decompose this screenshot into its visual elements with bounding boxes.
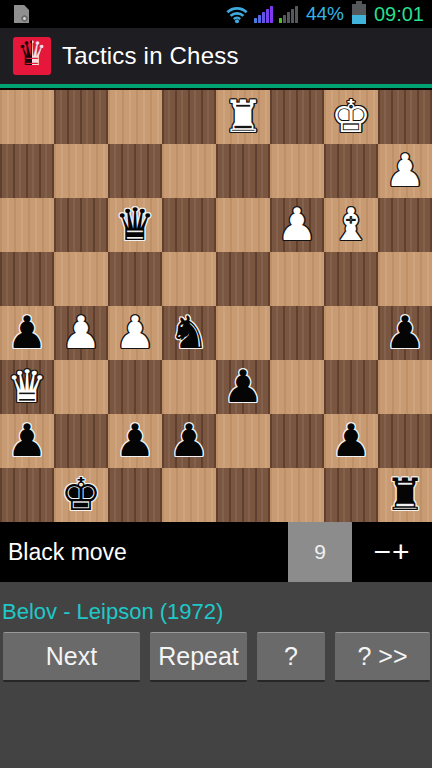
square-g8[interactable]: ♚ [324, 90, 378, 144]
square-d6[interactable] [162, 198, 216, 252]
square-e4[interactable] [216, 306, 270, 360]
bottom-panel: Belov - Leipson (1972) Next Repeat ? ? >… [0, 582, 432, 768]
square-a4[interactable]: ♟ [0, 306, 54, 360]
wifi-icon [226, 5, 248, 24]
square-c7[interactable] [108, 144, 162, 198]
white-queen-a3[interactable]: ♛ [0, 360, 54, 414]
square-c1[interactable] [108, 468, 162, 522]
square-e2[interactable] [216, 414, 270, 468]
black-pawn-a2[interactable]: ♟ [0, 414, 54, 468]
clock-label: 09:01 [374, 3, 424, 26]
sim-card-icon [14, 5, 29, 23]
square-b7[interactable] [54, 144, 108, 198]
square-e7[interactable] [216, 144, 270, 198]
app-icon: ♛ ♛ [13, 37, 51, 75]
app-title: Tactics in Chess [62, 42, 239, 70]
square-h8[interactable] [378, 90, 432, 144]
black-knight-d4[interactable]: ♞ [162, 306, 216, 360]
square-h2[interactable] [378, 414, 432, 468]
hint-button[interactable]: ? [257, 632, 325, 682]
square-b4[interactable]: ♟ [54, 306, 108, 360]
square-d7[interactable] [162, 144, 216, 198]
square-g4[interactable] [324, 306, 378, 360]
square-g7[interactable] [324, 144, 378, 198]
square-e5[interactable] [216, 252, 270, 306]
square-f3[interactable] [270, 360, 324, 414]
square-h3[interactable] [378, 360, 432, 414]
chess-board[interactable]: ♜♚♟♛♟♝♟♟♟♞♟♛♟♟♟♟♟♚♜ [0, 90, 432, 522]
square-b3[interactable] [54, 360, 108, 414]
battery-percent-label: 44% [306, 3, 344, 25]
square-f8[interactable] [270, 90, 324, 144]
square-f6[interactable]: ♟ [270, 198, 324, 252]
black-queen-c6[interactable]: ♛ [108, 198, 162, 252]
next-button[interactable]: Next [3, 632, 140, 682]
square-b6[interactable] [54, 198, 108, 252]
black-pawn-g2[interactable]: ♟ [324, 414, 378, 468]
square-a8[interactable] [0, 90, 54, 144]
square-d1[interactable] [162, 468, 216, 522]
square-g2[interactable]: ♟ [324, 414, 378, 468]
square-c2[interactable]: ♟ [108, 414, 162, 468]
square-c6[interactable]: ♛ [108, 198, 162, 252]
square-a1[interactable] [0, 468, 54, 522]
button-row: Next Repeat ? ? >> [0, 632, 432, 682]
title-bar: ♛ ♛ Tactics in Chess [0, 28, 432, 84]
square-f2[interactable] [270, 414, 324, 468]
black-pawn-d2[interactable]: ♟ [162, 414, 216, 468]
square-e6[interactable] [216, 198, 270, 252]
battery-icon [352, 4, 366, 24]
square-e3[interactable]: ♟ [216, 360, 270, 414]
square-a3[interactable]: ♛ [0, 360, 54, 414]
white-pawn-f6[interactable]: ♟ [270, 198, 324, 252]
white-pawn-c4[interactable]: ♟ [108, 306, 162, 360]
square-g5[interactable] [324, 252, 378, 306]
black-pawn-e3[interactable]: ♟ [216, 360, 270, 414]
status-icons: 44% 09:01 [226, 3, 424, 26]
square-d2[interactable]: ♟ [162, 414, 216, 468]
square-c5[interactable] [108, 252, 162, 306]
solution-button[interactable]: ? >> [335, 632, 430, 682]
square-d4[interactable]: ♞ [162, 306, 216, 360]
square-e1[interactable] [216, 468, 270, 522]
square-g6[interactable]: ♝ [324, 198, 378, 252]
puzzle-caption: Belov - Leipson (1972) [0, 599, 432, 625]
square-f7[interactable] [270, 144, 324, 198]
black-pawn-h4[interactable]: ♟ [378, 306, 432, 360]
square-d5[interactable] [162, 252, 216, 306]
square-h1[interactable]: ♜ [378, 468, 432, 522]
move-counter[interactable]: 9 [288, 522, 352, 582]
repeat-button[interactable]: Repeat [150, 632, 247, 682]
square-b5[interactable] [54, 252, 108, 306]
size-toggle-button[interactable]: −+ [352, 522, 432, 582]
square-e8[interactable]: ♜ [216, 90, 270, 144]
square-a5[interactable] [0, 252, 54, 306]
square-a7[interactable] [0, 144, 54, 198]
black-pawn-a4[interactable]: ♟ [0, 306, 54, 360]
square-b2[interactable] [54, 414, 108, 468]
square-h7[interactable]: ♟ [378, 144, 432, 198]
cell-signal-2-icon [279, 5, 298, 23]
app-screen: 44% 09:01 ♛ ♛ Tactics in Chess ♜♚♟♛♟♝♟♟♟… [0, 0, 432, 768]
side-to-move-label: Black move [0, 522, 288, 582]
white-pawn-b4[interactable]: ♟ [54, 306, 108, 360]
square-f1[interactable] [270, 468, 324, 522]
square-h5[interactable] [378, 252, 432, 306]
square-c3[interactable] [108, 360, 162, 414]
black-rook-h1[interactable]: ♜ [378, 468, 432, 522]
white-pawn-h7[interactable]: ♟ [378, 144, 432, 198]
square-h6[interactable] [378, 198, 432, 252]
white-king-g8[interactable]: ♚ [324, 90, 378, 144]
square-c4[interactable]: ♟ [108, 306, 162, 360]
square-b1[interactable]: ♚ [54, 468, 108, 522]
black-king-b1[interactable]: ♚ [54, 468, 108, 522]
square-a6[interactable] [0, 198, 54, 252]
square-d8[interactable] [162, 90, 216, 144]
square-g1[interactable] [324, 468, 378, 522]
square-h4[interactable]: ♟ [378, 306, 432, 360]
square-b8[interactable] [54, 90, 108, 144]
square-f5[interactable] [270, 252, 324, 306]
cell-signal-icon [254, 5, 273, 23]
move-bar: Black move 9 −+ [0, 522, 432, 582]
square-c8[interactable] [108, 90, 162, 144]
status-bar: 44% 09:01 [0, 0, 432, 28]
white-bishop-g6[interactable]: ♝ [324, 198, 378, 252]
square-a2[interactable]: ♟ [0, 414, 54, 468]
black-pawn-c2[interactable]: ♟ [108, 414, 162, 468]
square-g3[interactable] [324, 360, 378, 414]
square-f4[interactable] [270, 306, 324, 360]
square-d3[interactable] [162, 360, 216, 414]
white-rook-e8[interactable]: ♜ [216, 90, 270, 144]
